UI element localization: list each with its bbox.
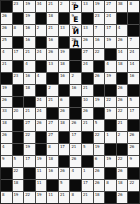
grid-cell-r1c8[interactable]: 23 — [94, 13, 105, 24]
black-cell — [1, 168, 12, 179]
cell-number: 17 — [83, 180, 88, 185]
grid-cell-r9c5[interactable]: 26 — [59, 108, 70, 119]
grid-cell-r0c11[interactable]: 8 — [128, 1, 139, 12]
grid-cell-r15c10[interactable]: 18 — [117, 180, 128, 191]
grid-cell-r10c10[interactable]: 21 — [117, 120, 128, 131]
cell-number: 4 — [71, 168, 73, 173]
cell-number: 20 — [14, 108, 19, 113]
cell-number: 13 — [60, 25, 65, 30]
grid-cell-r13c6[interactable]: 26 — [70, 156, 81, 167]
cell-number: 4 — [2, 49, 4, 54]
cell-number: 24 — [37, 97, 42, 102]
cell-number: 26 — [48, 49, 53, 54]
grid-cell-r0c9[interactable]: 27 — [105, 1, 116, 12]
cell-number: 26 — [60, 108, 65, 113]
cell-number: 5 — [129, 97, 131, 102]
grid-cell-r10c6[interactable]: 26 — [70, 120, 81, 131]
cell-number: 9 — [2, 156, 4, 161]
cell-number: 26 — [2, 132, 7, 137]
given-letter: Д — [70, 40, 81, 48]
grid-cell-r5c10[interactable]: 18 — [117, 61, 128, 72]
cell-number: 26 — [118, 37, 123, 42]
cell-number: 18 — [95, 192, 100, 197]
grid-cell-r2c0[interactable]: 26 — [1, 25, 12, 36]
black-cell — [117, 144, 128, 155]
grid-cell-r3c10[interactable]: 26 — [117, 37, 128, 48]
grid-cell-r9c0[interactable]: 33 — [1, 108, 12, 119]
black-cell — [94, 108, 105, 119]
grid-cell-r12c0[interactable]: 4 — [1, 144, 12, 155]
cell-number: 16 — [95, 37, 100, 42]
grid-cell-r13c3[interactable]: 19 — [36, 156, 47, 167]
grid-cell-r16c10[interactable]: 26 — [117, 192, 128, 203]
cell-number: 18 — [2, 120, 7, 125]
grid-cell-r3c11[interactable]: 7 — [128, 37, 139, 48]
grid-cell-r10c4[interactable]: 27 — [47, 120, 58, 131]
grid-cell-r8c0[interactable]: 26 — [1, 97, 12, 108]
grid-cell-r10c2[interactable]: 27 — [24, 120, 35, 131]
cell-number: 18 — [118, 180, 123, 185]
grid-cell-r11c6[interactable]: 17 — [70, 132, 81, 143]
grid-cell-r1c9[interactable]: 24 — [105, 13, 116, 24]
cell-number: 26 — [118, 97, 123, 102]
cell-number: 21 — [25, 49, 30, 54]
black-cell — [1, 73, 12, 84]
black-cell — [105, 168, 116, 179]
black-cell — [70, 180, 81, 191]
black-cell — [82, 73, 93, 84]
cell-number: 17 — [60, 144, 65, 149]
grid-cell-r0c6[interactable]: 22Р — [70, 1, 81, 12]
cell-number: 5 — [95, 120, 97, 125]
cell-number: 27 — [48, 132, 53, 137]
grid-cell-r12c7[interactable]: 5 — [82, 144, 93, 155]
black-cell — [59, 156, 70, 167]
grid-cell-r7c10[interactable]: 26 — [117, 85, 128, 96]
grid-cell-r0c5[interactable]: 2 — [59, 1, 70, 12]
grid-cell-r13c11[interactable]: 9 — [128, 156, 139, 167]
grid-cell-r14c5[interactable]: 26 — [59, 168, 70, 179]
grid-cell-r13c10[interactable]: 22 — [117, 156, 128, 167]
grid-cell-r5c0[interactable]: 21 — [1, 61, 12, 72]
grid-cell-r2c3[interactable]: 2 — [36, 25, 47, 36]
cell-number: 11 — [37, 168, 42, 173]
cell-number: 4 — [25, 61, 27, 66]
cell-number: 24 — [106, 13, 111, 18]
cell-number: 13 — [83, 25, 88, 30]
black-cell — [24, 180, 35, 191]
grid-cell-r9c2[interactable]: 21 — [24, 108, 35, 119]
cell-number: 9 — [129, 156, 131, 161]
cell-number: 38 — [118, 1, 123, 6]
grid-cell-r3c6[interactable]: 26Д — [70, 37, 81, 48]
black-cell — [13, 61, 24, 72]
cell-number: 34 — [37, 1, 42, 6]
grid-cell-r3c7[interactable]: 26 — [82, 37, 93, 48]
black-cell — [59, 37, 70, 48]
cell-number: 19 — [106, 156, 111, 161]
cell-number: 22 — [14, 168, 19, 173]
grid-cell-r0c4[interactable]: 21 — [47, 1, 58, 12]
cell-number: 17 — [106, 25, 111, 30]
grid-cell-r16c8[interactable]: 18 — [94, 192, 105, 203]
black-cell — [94, 85, 105, 96]
cell-number: 23 — [14, 1, 19, 6]
grid-cell-r9c1[interactable]: 20 — [13, 108, 24, 119]
grid-cell-r14c1[interactable]: 22 — [13, 168, 24, 179]
cell-number: 26 — [71, 120, 76, 125]
cell-number: 13 — [48, 61, 53, 66]
grid-cell-r11c8[interactable]: 22 — [94, 132, 105, 143]
cell-number: 19 — [106, 37, 111, 42]
grid-cell-r4c11[interactable]: 24 — [128, 49, 139, 60]
black-cell — [1, 1, 12, 12]
grid-cell-r11c9[interactable]: 1 — [105, 132, 116, 143]
cell-number: 17 — [71, 132, 76, 137]
black-cell — [13, 132, 24, 143]
black-cell — [70, 108, 81, 119]
grid-cell-r8c3[interactable]: 24 — [36, 97, 47, 108]
grid-cell-r2c10[interactable]: 4 — [117, 25, 128, 36]
black-cell — [47, 108, 58, 119]
grid-cell-r14c3[interactable]: 11 — [36, 168, 47, 179]
grid-cell-r12c2[interactable]: 19 — [24, 144, 35, 155]
cell-number: 4 — [106, 61, 108, 66]
grid-cell-r2c5[interactable]: 13 — [59, 25, 70, 36]
black-cell — [13, 97, 24, 108]
grid-cell-r15c1[interactable]: 18 — [13, 180, 24, 191]
cell-number: 19 — [106, 73, 111, 78]
cell-number: 24 — [37, 49, 42, 54]
cell-number: 26 — [129, 144, 134, 149]
cell-number: 5 — [14, 156, 16, 161]
grid-cell-r0c1[interactable]: 23 — [13, 1, 24, 12]
cell-number: 2 — [118, 132, 120, 137]
cell-number: 14 — [129, 61, 134, 66]
cell-number: 17 — [14, 49, 19, 54]
grid-cell-r12c6[interactable]: 21 — [70, 144, 81, 155]
cell-number: 2 — [48, 85, 50, 90]
grid-cell-r14c10[interactable]: 26 — [117, 168, 128, 179]
cell-number: 19 — [2, 85, 7, 90]
grid-cell-r2c6[interactable]: 12Й — [70, 25, 81, 36]
grid-cell-r4c7[interactable]: 27 — [82, 49, 93, 60]
grid-cell-r3c4[interactable]: 16 — [47, 37, 58, 48]
grid-cell-r10c0[interactable]: 18 — [1, 120, 12, 131]
cell-number: 16 — [48, 37, 53, 42]
grid-cell-r8c7[interactable]: 10 — [82, 97, 93, 108]
cell-number: 26 — [118, 168, 123, 173]
cell-number: 5 — [83, 144, 85, 149]
cell-number: 21 — [25, 108, 30, 113]
black-cell — [82, 156, 93, 167]
cell-number: 27 — [106, 1, 111, 6]
grid-cell-r0c3[interactable]: 34 — [36, 1, 47, 12]
cell-number: 22 — [129, 180, 134, 185]
cell-number: 26 — [2, 13, 7, 18]
grid-cell-r0c10[interactable]: 38 — [117, 1, 128, 12]
grid-cell-r14c6[interactable]: 4 — [70, 168, 81, 179]
cell-number: 2 — [37, 25, 39, 30]
grid-cell-r13c2[interactable]: 17 — [24, 156, 35, 167]
cell-number: 18 — [60, 61, 65, 66]
grid-cell-r7c4[interactable]: 2 — [47, 85, 58, 96]
grid-cell-r8c4[interactable]: 21 — [47, 97, 58, 108]
grid-cell-r9c10[interactable]: 22 — [117, 108, 128, 119]
grid-cell-r4c0[interactable]: 4 — [1, 49, 12, 60]
cell-number: 19 — [25, 13, 30, 18]
grid-cell-r12c11[interactable]: 26 — [128, 144, 139, 155]
grid-cell-r7c7[interactable]: 21 — [82, 85, 93, 96]
grid-cell-r5c9[interactable]: 4 — [105, 61, 116, 72]
black-cell — [36, 144, 47, 155]
black-cell — [70, 97, 81, 108]
grid-cell-r16c1[interactable]: 19 — [13, 192, 24, 203]
grid-cell-r3c8[interactable]: 16 — [94, 37, 105, 48]
black-cell — [128, 168, 139, 179]
grid-cell-r7c0[interactable]: 19 — [1, 85, 12, 96]
cell-number: 8 — [106, 180, 108, 185]
cell-number: 26 — [118, 85, 123, 90]
black-cell — [70, 49, 81, 60]
grid-cell-r3c0[interactable]: 25 — [1, 37, 12, 48]
grid-cell-r6c6[interactable]: 2 — [70, 73, 81, 84]
grid-cell-r15c5[interactable]: 5 — [59, 180, 70, 191]
codeword-grid: 23193421222Р1319273882619189Е23242681622… — [0, 0, 140, 204]
cell-number: 18 — [14, 180, 19, 185]
given-letter: Й — [70, 28, 81, 36]
grid-cell-r1c6[interactable]: 9Е — [70, 13, 81, 24]
black-cell — [36, 61, 47, 72]
cell-number: 26 — [60, 168, 65, 173]
grid-cell-r0c7[interactable]: 13 — [82, 1, 93, 12]
grid-cell-r1c4[interactable]: 18 — [47, 13, 58, 24]
grid-cell-r15c9[interactable]: 8 — [105, 180, 116, 191]
grid-cell-r4c5[interactable]: 19 — [59, 49, 70, 60]
cell-number: 26 — [83, 37, 88, 42]
grid-cell-r2c2[interactable]: 16 — [24, 25, 35, 36]
grid-cell-r2c8[interactable]: 7 — [94, 25, 105, 36]
grid-cell-r6c2[interactable]: 16 — [24, 73, 35, 84]
cell-number: 17 — [129, 108, 134, 113]
black-cell — [128, 120, 139, 131]
cell-number: 21 — [2, 61, 7, 66]
cell-number: 26 — [2, 97, 7, 102]
cell-number: 23 — [95, 13, 100, 18]
grid-cell-r9c3[interactable]: 24 — [36, 108, 47, 119]
grid-cell-r2c7[interactable]: 13 — [82, 25, 93, 36]
cell-number: 22 — [118, 108, 123, 113]
grid-cell-r0c8[interactable]: 19 — [94, 1, 105, 12]
cell-number: 16 — [48, 168, 53, 173]
cell-number: 19 — [95, 144, 100, 149]
grid-cell-r4c4[interactable]: 26 — [47, 49, 58, 60]
grid-cell-r9c7[interactable]: 26 — [82, 108, 93, 119]
grid-cell-r16c5[interactable]: 21 — [59, 192, 70, 203]
grid-cell-r8c5[interactable]: 6 — [59, 97, 70, 108]
cell-number: 26 — [95, 73, 100, 78]
grid-cell-r15c7[interactable]: 17 — [82, 180, 93, 191]
grid-cell-r1c2[interactable]: 19 — [24, 13, 35, 24]
grid-cell-r11c10[interactable]: 2 — [117, 132, 128, 143]
black-cell — [59, 132, 70, 143]
grid-cell-r10c7[interactable]: 21 — [82, 120, 93, 131]
grid-cell-r6c1[interactable]: 23 — [13, 73, 24, 84]
cell-number: 26 — [2, 25, 7, 30]
cell-number: 16 — [71, 85, 76, 90]
black-cell — [82, 132, 93, 143]
black-cell — [47, 73, 58, 84]
black-cell — [105, 144, 116, 155]
given-letter: Е — [70, 16, 81, 24]
grid-cell-r11c4[interactable]: 27 — [47, 132, 58, 143]
grid-cell-r4c1[interactable]: 17 — [13, 49, 24, 60]
cell-number: 19 — [60, 49, 65, 54]
grid-cell-r5c11[interactable]: 14 — [128, 61, 139, 72]
grid-cell-r6c9[interactable]: 19 — [105, 73, 116, 84]
cell-number: 7 — [95, 25, 97, 30]
grid-cell-r16c2[interactable]: 22 — [24, 192, 35, 203]
grid-cell-r4c10[interactable]: 14 — [117, 49, 128, 60]
cell-number: 21 — [83, 85, 88, 90]
grid-cell-r8c8[interactable]: 19 — [94, 97, 105, 108]
grid-cell-r6c8[interactable]: 26 — [94, 73, 105, 84]
grid-cell-r5c7[interactable]: 24 — [82, 61, 93, 72]
grid-cell-r16c7[interactable]: 21 — [82, 192, 93, 203]
grid-cell-r14c8[interactable]: 26 — [94, 168, 105, 179]
cell-number: 8 — [129, 1, 131, 6]
grid-cell-r12c4[interactable]: 8 — [47, 144, 58, 155]
cell-number: 24 — [37, 108, 42, 113]
cell-number: 22 — [106, 97, 111, 102]
cell-number: 27 — [25, 120, 30, 125]
black-cell — [105, 49, 116, 60]
grid-cell-r2c4[interactable]: 21 — [47, 25, 58, 36]
cell-number: 23 — [14, 73, 19, 78]
grid-cell-r12c8[interactable]: 19 — [94, 144, 105, 155]
black-cell — [117, 13, 128, 24]
grid-cell-r16c6[interactable]: 8 — [70, 192, 81, 203]
grid-cell-r15c11[interactable]: 22 — [128, 180, 139, 191]
cell-number: 25 — [2, 37, 7, 42]
grid-cell-r14c4[interactable]: 16 — [47, 168, 58, 179]
cell-number: 21 — [48, 25, 53, 30]
cell-number: 17 — [25, 156, 30, 161]
grid-cell-r8c11[interactable]: 5 — [128, 97, 139, 108]
black-cell — [128, 192, 139, 203]
grid-cell-r11c11[interactable]: 26 — [128, 132, 139, 143]
grid-cell-r12c5[interactable]: 17 — [59, 144, 70, 155]
grid-cell-r8c10[interactable]: 26 — [117, 97, 128, 108]
grid-cell-r3c9[interactable]: 19 — [105, 37, 116, 48]
cell-number: 22 — [118, 156, 123, 161]
grid-cell-r6c3[interactable]: 4 — [36, 73, 47, 84]
cell-number: 4 — [2, 144, 4, 149]
cell-number: 21 — [83, 192, 88, 197]
grid-cell-r4c8[interactable]: 22 — [94, 49, 105, 60]
grid-cell-r7c2[interactable]: 18 — [24, 85, 35, 96]
grid-cell-r10c8[interactable]: 5 — [94, 120, 105, 131]
grid-cell-r16c4[interactable]: 11 — [47, 192, 58, 203]
grid-cell-r2c1[interactable]: 8 — [13, 25, 24, 36]
cell-number: 19 — [106, 108, 111, 113]
cell-number: 21 — [71, 144, 76, 149]
cell-number: 14 — [118, 49, 123, 54]
cell-number: 8 — [48, 144, 50, 149]
cell-number: 2 — [60, 1, 62, 6]
black-cell — [59, 85, 70, 96]
grid-cell-r13c9[interactable]: 19 — [105, 156, 116, 167]
cell-number: 22 — [95, 49, 100, 54]
grid-cell-r13c1[interactable]: 5 — [13, 156, 24, 167]
grid-cell-r3c2[interactable]: 16 — [24, 37, 35, 48]
grid-cell-r6c5[interactable]: 16 — [59, 73, 70, 84]
grid-cell-r11c2[interactable]: 22 — [24, 132, 35, 143]
grid-cell-r7c6[interactable]: 16 — [70, 85, 81, 96]
grid-cell-r16c3[interactable]: 19 — [36, 192, 47, 203]
cell-number: 7 — [129, 37, 131, 42]
grid-cell-r2c9[interactable]: 17 — [105, 25, 116, 36]
grid-cell-r9c11[interactable]: 17 — [128, 108, 139, 119]
grid-cell-r5c5[interactable]: 18 — [59, 61, 70, 72]
cell-number: 19 — [25, 1, 30, 6]
grid-cell-r1c0[interactable]: 26 — [1, 13, 12, 24]
grid-cell-r6c11[interactable]: 16 — [128, 73, 139, 84]
black-cell — [13, 13, 24, 24]
grid-cell-r10c5[interactable]: 18 — [59, 120, 70, 131]
cell-number: 22 — [25, 192, 30, 197]
cell-number: 4 — [118, 25, 120, 30]
cell-number: 26 — [95, 168, 100, 173]
cell-number: 16 — [25, 73, 30, 78]
cell-number: 21 — [48, 1, 53, 6]
grid-cell-r9c9[interactable]: 19 — [105, 108, 116, 119]
grid-cell-r5c2[interactable]: 4 — [24, 61, 35, 72]
cell-number: 27 — [48, 120, 53, 125]
grid-cell-r16c0[interactable]: 8 — [1, 192, 12, 203]
cell-number: 16 — [60, 73, 65, 78]
grid-cell-r13c4[interactable]: 18 — [47, 156, 58, 167]
grid-cell-r0c2[interactable]: 19 — [24, 1, 35, 12]
grid-cell-r4c3[interactable]: 24 — [36, 49, 47, 60]
grid-cell-r5c4[interactable]: 13 — [47, 61, 58, 72]
cell-number: 8 — [71, 192, 73, 197]
grid-cell-r13c8[interactable]: 6 — [94, 156, 105, 167]
cell-number: 16 — [25, 25, 30, 30]
cell-number: 4 — [37, 73, 39, 78]
cell-number: 11 — [48, 192, 53, 197]
cell-number: 5 — [60, 180, 62, 185]
grid-cell-r15c8[interactable]: 26 — [94, 180, 105, 191]
cell-number: 18 — [25, 85, 30, 90]
grid-cell-r13c0[interactable]: 9 — [1, 156, 12, 167]
cell-number: 26 — [37, 120, 42, 125]
cell-number: 18 — [48, 13, 53, 18]
black-cell — [36, 37, 47, 48]
grid-cell-r10c3[interactable]: 26 — [36, 120, 47, 131]
cell-number: 13 — [83, 1, 88, 6]
cell-number: 19 — [95, 97, 100, 102]
grid-cell-r11c0[interactable]: 26 — [1, 132, 12, 143]
cell-number: 19 — [95, 1, 100, 6]
cell-number: 22 — [25, 132, 30, 137]
grid-cell-r8c9[interactable]: 22 — [105, 97, 116, 108]
black-cell — [24, 97, 35, 108]
cell-number: 21 — [118, 120, 123, 125]
grid-cell-r15c3[interactable]: 11 — [36, 180, 47, 191]
grid-cell-r4c2[interactable]: 21 — [24, 49, 35, 60]
grid-cell-r14c7[interactable]: 1 — [82, 168, 93, 179]
